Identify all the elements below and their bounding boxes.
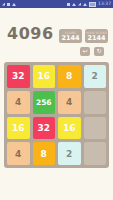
high-score-value: 2144 [87,35,105,42]
score-value: 2144 [61,35,79,42]
empty-cell-r4c4 [84,142,107,165]
tile-32-r3c2: 32 [33,117,56,140]
tile-256-r2c2: 256 [33,91,56,114]
tile-8-r4c2: 8 [33,142,56,165]
mute-icon [67,3,70,6]
wifi-icon [83,3,87,6]
signal-icon [78,3,81,6]
tile-4-r4c1: 4 [7,142,30,165]
tile-2-r4c3: 2 [58,142,81,165]
header-buttons: ↩ ↻ [80,47,104,56]
status-bar-notifications [2,3,16,6]
location-icon [72,3,76,6]
score-box: SCORE 2144 [59,29,82,43]
android-status-bar: 13:37 [0,0,113,8]
battery-icon [89,2,96,7]
empty-cell-r3c4 [84,117,107,140]
tile-4-r2c1: 4 [7,91,30,114]
restart-icon: ↻ [96,47,101,56]
notification-chart-icon [2,3,5,6]
clock: 13:37 [98,0,111,8]
app-title: 4096 [7,24,54,43]
status-bar-system-icons: 13:37 [67,0,111,8]
score-panel: SCORE 2144 HIGH SCORE 2144 [59,29,108,43]
tile-8-r1c3: 8 [58,65,81,88]
empty-cell-r2c4 [84,91,107,114]
tile-16-r3c3: 16 [58,117,81,140]
restart-button[interactable]: ↻ [94,47,104,56]
tile-32-r1c1: 32 [7,65,30,88]
notification-square-icon [7,3,10,6]
tile-16-r1c2: 16 [33,65,56,88]
tile-4-r2c3: 4 [58,91,81,114]
tile-16-r3c1: 16 [7,117,30,140]
high-score-box: HIGH SCORE 2144 [85,29,108,43]
usb-icon [12,3,16,6]
undo-button[interactable]: ↩ [80,47,90,56]
undo-icon: ↩ [82,47,87,56]
game-board[interactable]: 32168242564163216482 [4,62,109,168]
tile-2-r1c4: 2 [84,65,107,88]
